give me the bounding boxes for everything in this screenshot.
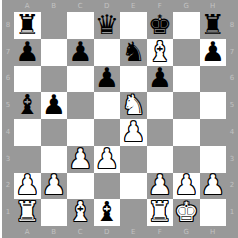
piece-white-pawn: ♟ — [15, 173, 39, 199]
rank-label-right-8: 8 — [226, 12, 238, 39]
file-label-bottom-b: B — [41, 226, 68, 238]
square-e3[interactable] — [120, 146, 147, 173]
square-h1[interactable] — [200, 199, 227, 226]
square-c7[interactable]: ♟ — [67, 39, 94, 66]
piece-white-rook: ♜ — [15, 199, 39, 225]
square-d4[interactable] — [94, 119, 121, 146]
board-frame: ABCDEFGH8♜♛♚♜87♟♟♞♝♟76♟♟65♝♟♞54♟43♟♟32♟♟… — [2, 0, 238, 238]
rank-label-left-1: 1 — [2, 199, 14, 226]
square-h4[interactable] — [200, 119, 227, 146]
piece-black-rook: ♜ — [201, 12, 225, 38]
square-c5[interactable] — [67, 92, 94, 119]
file-label-top-d: D — [94, 0, 121, 12]
rank-label-left-7: 7 — [2, 39, 14, 66]
file-label-bottom-f: F — [147, 226, 174, 238]
frame-corner — [226, 0, 238, 12]
frame-corner — [226, 226, 238, 238]
rank-label-left-4: 4 — [2, 119, 14, 146]
square-g2[interactable]: ♟ — [173, 173, 200, 200]
rank-label-left-8: 8 — [2, 12, 14, 39]
rank-label-right-4: 4 — [226, 119, 238, 146]
piece-white-pawn: ♟ — [68, 146, 92, 172]
file-label-bottom-a: A — [14, 226, 41, 238]
square-a7[interactable]: ♟ — [14, 39, 41, 66]
file-label-top-f: F — [147, 0, 174, 12]
square-a4[interactable] — [14, 119, 41, 146]
piece-black-bishop: ♝ — [15, 92, 39, 118]
square-g8[interactable] — [173, 12, 200, 39]
piece-black-pawn: ♟ — [148, 66, 172, 92]
file-label-top-g: G — [173, 0, 200, 12]
square-f3[interactable] — [147, 146, 174, 173]
piece-black-pawn: ♟ — [201, 39, 225, 65]
piece-white-pawn: ♟ — [148, 173, 172, 199]
square-d5[interactable] — [94, 92, 121, 119]
square-d6[interactable]: ♟ — [94, 66, 121, 93]
square-b5[interactable]: ♟ — [41, 92, 68, 119]
frame-corner — [2, 226, 14, 238]
rank-label-left-3: 3 — [2, 146, 14, 173]
square-e6[interactable] — [120, 66, 147, 93]
square-h5[interactable] — [200, 92, 227, 119]
square-e8[interactable] — [120, 12, 147, 39]
piece-white-pawn: ♟ — [121, 119, 145, 145]
rank-label-right-5: 5 — [226, 92, 238, 119]
file-label-bottom-g: G — [173, 226, 200, 238]
square-e4[interactable]: ♟ — [120, 119, 147, 146]
piece-white-rook: ♜ — [148, 199, 172, 225]
piece-white-pawn: ♟ — [42, 173, 66, 199]
rank-label-right-6: 6 — [226, 66, 238, 93]
square-b8[interactable] — [41, 12, 68, 39]
square-c8[interactable] — [67, 12, 94, 39]
square-c2[interactable] — [67, 173, 94, 200]
frame-corner — [2, 0, 14, 12]
square-g3[interactable] — [173, 146, 200, 173]
piece-white-bishop: ♝ — [68, 199, 92, 225]
square-b2[interactable]: ♟ — [41, 173, 68, 200]
square-e2[interactable] — [120, 173, 147, 200]
file-label-top-b: B — [41, 0, 68, 12]
piece-black-pawn: ♟ — [15, 39, 39, 65]
piece-black-bishop: ♝ — [95, 199, 119, 225]
file-label-bottom-h: H — [200, 226, 227, 238]
square-b1[interactable] — [41, 199, 68, 226]
file-label-bottom-e: E — [120, 226, 147, 238]
square-h6[interactable] — [200, 66, 227, 93]
piece-black-queen: ♛ — [95, 12, 119, 38]
file-label-top-c: C — [67, 0, 94, 12]
rank-label-right-1: 1 — [226, 199, 238, 226]
piece-white-bishop: ♝ — [148, 39, 172, 65]
square-a5[interactable]: ♝ — [14, 92, 41, 119]
chess-board: ABCDEFGH8♜♛♚♜87♟♟♞♝♟76♟♟65♝♟♞54♟43♟♟32♟♟… — [0, 0, 238, 238]
square-g7[interactable] — [173, 39, 200, 66]
file-label-top-e: E — [120, 0, 147, 12]
square-c3[interactable]: ♟ — [67, 146, 94, 173]
square-f2[interactable]: ♟ — [147, 173, 174, 200]
rank-label-left-2: 2 — [2, 173, 14, 200]
square-g6[interactable] — [173, 66, 200, 93]
square-h3[interactable] — [200, 146, 227, 173]
piece-white-pawn: ♟ — [174, 173, 198, 199]
piece-white-king: ♚ — [174, 199, 198, 225]
file-label-bottom-d: D — [94, 226, 121, 238]
square-b4[interactable] — [41, 119, 68, 146]
square-f6[interactable]: ♟ — [147, 66, 174, 93]
square-c4[interactable] — [67, 119, 94, 146]
square-d7[interactable] — [94, 39, 121, 66]
rank-label-left-6: 6 — [2, 66, 14, 93]
piece-white-pawn: ♟ — [95, 146, 119, 172]
square-b7[interactable] — [41, 39, 68, 66]
square-a6[interactable] — [14, 66, 41, 93]
piece-black-pawn: ♟ — [95, 66, 119, 92]
square-c6[interactable] — [67, 66, 94, 93]
square-d8[interactable]: ♛ — [94, 12, 121, 39]
square-e5[interactable]: ♞ — [120, 92, 147, 119]
square-a8[interactable]: ♜ — [14, 12, 41, 39]
square-h8[interactable]: ♜ — [200, 12, 227, 39]
file-label-top-a: A — [14, 0, 41, 12]
piece-white-pawn: ♟ — [201, 173, 225, 199]
square-d3[interactable]: ♟ — [94, 146, 121, 173]
piece-black-knight: ♞ — [121, 39, 145, 65]
piece-white-knight: ♞ — [121, 92, 145, 118]
rank-label-right-7: 7 — [226, 39, 238, 66]
square-e7[interactable]: ♞ — [120, 39, 147, 66]
square-h2[interactable]: ♟ — [200, 173, 227, 200]
square-b6[interactable] — [41, 66, 68, 93]
square-f8[interactable]: ♚ — [147, 12, 174, 39]
square-a2[interactable]: ♟ — [14, 173, 41, 200]
square-f4[interactable] — [147, 119, 174, 146]
square-f5[interactable] — [147, 92, 174, 119]
square-f7[interactable]: ♝ — [147, 39, 174, 66]
piece-black-rook: ♜ — [15, 12, 39, 38]
square-b3[interactable] — [41, 146, 68, 173]
square-d2[interactable] — [94, 173, 121, 200]
square-d1[interactable]: ♝ — [94, 199, 121, 226]
square-g4[interactable] — [173, 119, 200, 146]
rank-label-right-3: 3 — [226, 146, 238, 173]
square-f1[interactable]: ♜ — [147, 199, 174, 226]
square-a3[interactable] — [14, 146, 41, 173]
piece-black-king: ♚ — [148, 12, 172, 38]
square-g1[interactable]: ♚ — [173, 199, 200, 226]
rank-label-right-2: 2 — [226, 173, 238, 200]
square-a1[interactable]: ♜ — [14, 199, 41, 226]
square-g5[interactable] — [173, 92, 200, 119]
file-label-top-h: H — [200, 0, 227, 12]
piece-black-pawn: ♟ — [68, 39, 92, 65]
square-e1[interactable] — [120, 199, 147, 226]
file-label-bottom-c: C — [67, 226, 94, 238]
piece-black-pawn: ♟ — [42, 92, 66, 118]
square-h7[interactable]: ♟ — [200, 39, 227, 66]
rank-label-left-5: 5 — [2, 92, 14, 119]
square-c1[interactable]: ♝ — [67, 199, 94, 226]
